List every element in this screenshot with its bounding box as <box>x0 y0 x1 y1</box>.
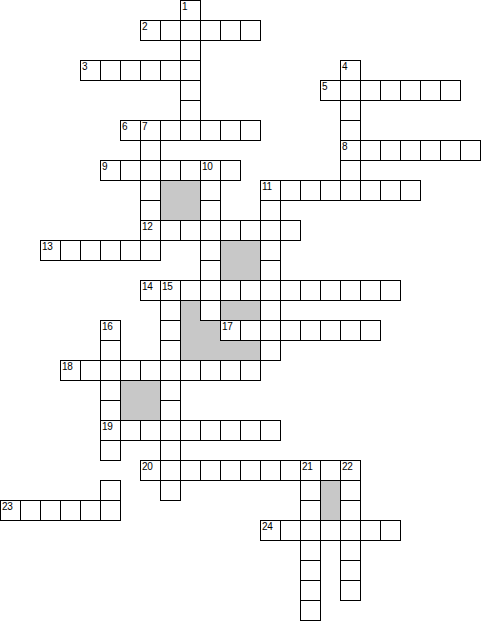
cell-r1c10[interactable] <box>200 20 221 41</box>
cell-r12c6[interactable] <box>120 240 141 261</box>
cell-r3c6[interactable] <box>120 60 141 81</box>
cell-r16c12[interactable] <box>240 320 261 341</box>
cell-r4c19[interactable] <box>380 80 401 101</box>
cell-r7c7[interactable] <box>140 140 161 161</box>
blocked-cell <box>220 340 241 361</box>
cell-r23c15[interactable] <box>300 460 321 481</box>
cell-r23c14[interactable] <box>280 460 301 481</box>
cell-r20c5[interactable] <box>100 400 121 421</box>
cell-r23c16[interactable] <box>320 460 341 481</box>
cell-r16c15[interactable] <box>300 320 321 341</box>
cell-r16c5[interactable] <box>100 320 121 341</box>
cell-r14c17[interactable] <box>340 280 361 301</box>
cell-r12c10[interactable] <box>200 240 221 261</box>
cell-r4c9[interactable] <box>180 80 201 101</box>
cell-r9c16[interactable] <box>320 180 341 201</box>
cell-r21c6[interactable] <box>120 420 141 441</box>
blocked-cell <box>320 480 341 501</box>
cell-r18c4[interactable] <box>80 360 101 381</box>
cell-r16c13[interactable] <box>260 320 281 341</box>
cell-r25c15[interactable] <box>300 500 321 521</box>
blocked-cell <box>160 180 181 201</box>
blocked-cell <box>120 400 141 421</box>
cell-r21c12[interactable] <box>240 420 261 441</box>
cell-r9c15[interactable] <box>300 180 321 201</box>
cell-r12c3[interactable] <box>60 240 81 261</box>
cell-r11c9[interactable] <box>180 220 201 241</box>
cell-r16c18[interactable] <box>360 320 381 341</box>
cell-r8c7[interactable] <box>140 160 161 181</box>
cell-r26c13[interactable] <box>260 520 281 541</box>
cell-r23c9[interactable] <box>180 460 201 481</box>
cell-r22c8[interactable] <box>160 440 181 461</box>
cell-r24c15[interactable] <box>300 480 321 501</box>
cell-r23c7[interactable] <box>140 460 161 481</box>
blocked-cell <box>220 300 241 321</box>
cell-r23c10[interactable] <box>200 460 221 481</box>
cell-r28c17[interactable] <box>340 560 361 581</box>
cell-r15c13[interactable] <box>260 300 281 321</box>
cell-r3c5[interactable] <box>100 60 121 81</box>
cell-r5c17[interactable] <box>340 100 361 121</box>
cell-r11c10[interactable] <box>200 220 221 241</box>
cell-r11c14[interactable] <box>280 220 301 241</box>
cell-r1c11[interactable] <box>220 20 241 41</box>
cell-r27c17[interactable] <box>340 540 361 561</box>
cell-r24c5[interactable] <box>100 480 121 501</box>
blocked-cell <box>180 180 201 201</box>
crossword-grid: 123456789101112131415161718192021222324 <box>0 0 481 621</box>
cell-r14c9[interactable] <box>180 280 201 301</box>
cell-r21c5[interactable] <box>100 420 121 441</box>
cell-r23c12[interactable] <box>240 460 261 481</box>
cell-r21c8[interactable] <box>160 420 181 441</box>
cell-r25c4[interactable] <box>80 500 101 521</box>
cell-r10c13[interactable] <box>260 200 281 221</box>
blocked-cell <box>140 400 161 421</box>
cell-r16c8[interactable] <box>160 320 181 341</box>
cell-r16c17[interactable] <box>340 320 361 341</box>
blocked-cell <box>160 200 181 221</box>
blocked-cell <box>320 500 341 521</box>
cell-r2c9[interactable] <box>180 40 201 61</box>
cell-r22c5[interactable] <box>100 440 121 461</box>
crossword-page: 123456789101112131415161718192021222324 <box>0 0 481 621</box>
cell-r20c8[interactable] <box>160 400 181 421</box>
cell-r9c18[interactable] <box>360 180 381 201</box>
cell-r25c2[interactable] <box>40 500 61 521</box>
cell-r14c18[interactable] <box>360 280 381 301</box>
cell-r14c15[interactable] <box>300 280 321 301</box>
cell-r8c9[interactable] <box>180 160 201 181</box>
cell-r7c20[interactable] <box>400 140 421 161</box>
cell-r29c17[interactable] <box>340 580 361 601</box>
cell-r7c22[interactable] <box>440 140 461 161</box>
cell-r14c13[interactable] <box>260 280 281 301</box>
cell-r17c13[interactable] <box>260 340 281 361</box>
cell-r18c8[interactable] <box>160 360 181 381</box>
cell-r8c5[interactable] <box>100 160 121 181</box>
cell-r25c3[interactable] <box>60 500 81 521</box>
cell-r9c10[interactable] <box>200 180 221 201</box>
cell-r6c7[interactable] <box>140 120 161 141</box>
cell-r14c11[interactable] <box>220 280 241 301</box>
cell-r10c7[interactable] <box>140 200 161 221</box>
cell-r9c17[interactable] <box>340 180 361 201</box>
cell-r6c9[interactable] <box>180 120 201 141</box>
cell-r6c17[interactable] <box>340 120 361 141</box>
blocked-cell <box>120 380 141 401</box>
cell-r14c10[interactable] <box>200 280 221 301</box>
cell-r3c7[interactable] <box>140 60 161 81</box>
cell-r26c18[interactable] <box>360 520 381 541</box>
cell-r1c9[interactable] <box>180 20 201 41</box>
cell-r23c11[interactable] <box>220 460 241 481</box>
cell-r15c8[interactable] <box>160 300 181 321</box>
cell-r21c11[interactable] <box>220 420 241 441</box>
cell-r6c12[interactable] <box>240 120 261 141</box>
cell-r18c3[interactable] <box>60 360 81 381</box>
cell-r24c17[interactable] <box>340 480 361 501</box>
cell-r26c16[interactable] <box>320 520 341 541</box>
cell-r11c11[interactable] <box>220 220 241 241</box>
cell-r14c16[interactable] <box>320 280 341 301</box>
cell-r25c5[interactable] <box>100 500 121 521</box>
cell-r18c12[interactable] <box>240 360 261 381</box>
cell-r6c8[interactable] <box>160 120 181 141</box>
cell-r17c8[interactable] <box>160 340 181 361</box>
cell-r30c15[interactable] <box>300 600 321 621</box>
blocked-cell <box>180 320 201 341</box>
cell-r7c23[interactable] <box>460 140 481 161</box>
cell-r23c13[interactable] <box>260 460 281 481</box>
cell-r6c10[interactable] <box>200 120 221 141</box>
cell-r4c16[interactable] <box>320 80 341 101</box>
cell-r3c17[interactable] <box>340 60 361 81</box>
cell-r19c5[interactable] <box>100 380 121 401</box>
cell-r12c7[interactable] <box>140 240 161 261</box>
cell-r23c17[interactable] <box>340 460 361 481</box>
cell-r6c6[interactable] <box>120 120 141 141</box>
cell-r18c5[interactable] <box>100 360 121 381</box>
blocked-cell <box>240 260 261 281</box>
cell-r14c14[interactable] <box>280 280 301 301</box>
cell-r8c6[interactable] <box>120 160 141 181</box>
cell-r5c9[interactable] <box>180 100 201 121</box>
blocked-cell <box>220 240 241 261</box>
cell-r7c17[interactable] <box>340 140 361 161</box>
cell-r12c13[interactable] <box>260 240 281 261</box>
cell-r12c2[interactable] <box>40 240 61 261</box>
cell-r26c14[interactable] <box>280 520 301 541</box>
cell-r7c21[interactable] <box>420 140 441 161</box>
cell-r14c12[interactable] <box>240 280 261 301</box>
cell-r21c10[interactable] <box>200 420 221 441</box>
blocked-cell <box>180 200 201 221</box>
cell-r1c8[interactable] <box>160 20 181 41</box>
cell-r14c8[interactable] <box>160 280 181 301</box>
cell-r11c8[interactable] <box>160 220 181 241</box>
cell-r25c0[interactable] <box>0 500 21 521</box>
cell-r26c15[interactable] <box>300 520 321 541</box>
cell-r3c9[interactable] <box>180 60 201 81</box>
cell-r18c9[interactable] <box>180 360 201 381</box>
cell-r7c19[interactable] <box>380 140 401 161</box>
cell-r10c10[interactable] <box>200 200 221 221</box>
cell-r18c10[interactable] <box>200 360 221 381</box>
cell-r13c13[interactable] <box>260 260 281 281</box>
cell-r4c17[interactable] <box>340 80 361 101</box>
cell-r4c22[interactable] <box>440 80 461 101</box>
cell-r18c7[interactable] <box>140 360 161 381</box>
blocked-cell <box>200 340 221 361</box>
cell-r0c9[interactable] <box>180 0 201 21</box>
cell-r26c19[interactable] <box>380 520 401 541</box>
cell-r4c20[interactable] <box>400 80 421 101</box>
cell-r29c15[interactable] <box>300 580 321 601</box>
blocked-cell <box>240 240 261 261</box>
cell-r11c13[interactable] <box>260 220 281 241</box>
cell-r26c17[interactable] <box>340 520 361 541</box>
cell-r25c17[interactable] <box>340 500 361 521</box>
cell-r13c10[interactable] <box>200 260 221 281</box>
cell-r27c15[interactable] <box>300 540 321 561</box>
cell-r9c19[interactable] <box>380 180 401 201</box>
cell-r9c7[interactable] <box>140 180 161 201</box>
blocked-cell <box>140 380 161 401</box>
cell-r9c14[interactable] <box>280 180 301 201</box>
cell-r16c11[interactable] <box>220 320 241 341</box>
cell-r3c8[interactable] <box>160 60 181 81</box>
cell-r16c14[interactable] <box>280 320 301 341</box>
cell-r4c18[interactable] <box>360 80 381 101</box>
cell-r7c18[interactable] <box>360 140 381 161</box>
cell-r9c13[interactable] <box>260 180 281 201</box>
cell-r9c20[interactable] <box>400 180 421 201</box>
cell-r25c1[interactable] <box>20 500 41 521</box>
cell-r8c11[interactable] <box>220 160 241 181</box>
cell-r17c5[interactable] <box>100 340 121 361</box>
blocked-cell <box>220 260 241 281</box>
cell-r14c7[interactable] <box>140 280 161 301</box>
cell-r4c21[interactable] <box>420 80 441 101</box>
cell-r18c6[interactable] <box>120 360 141 381</box>
cell-r19c8[interactable] <box>160 380 181 401</box>
blocked-cell <box>200 320 221 341</box>
cell-r11c7[interactable] <box>140 220 161 241</box>
blocked-cell <box>240 300 261 321</box>
blocked-cell <box>180 300 201 321</box>
cell-r12c4[interactable] <box>80 240 101 261</box>
cell-r3c4[interactable] <box>80 60 101 81</box>
blocked-cell <box>240 340 261 361</box>
cell-r1c7[interactable] <box>140 20 161 41</box>
cell-r24c8[interactable] <box>160 480 181 501</box>
cell-r8c17[interactable] <box>340 160 361 181</box>
cell-r11c12[interactable] <box>240 220 261 241</box>
cell-r15c10[interactable] <box>200 300 221 321</box>
cell-r8c8[interactable] <box>160 160 181 181</box>
page: { "game": "crossword", "state": "empty g… <box>0 0 481 621</box>
cell-r8c10[interactable] <box>200 160 221 181</box>
cell-r21c13[interactable] <box>260 420 281 441</box>
cell-r21c9[interactable] <box>180 420 201 441</box>
cell-r23c8[interactable] <box>160 460 181 481</box>
cell-r6c11[interactable] <box>220 120 241 141</box>
cell-r1c12[interactable] <box>240 20 261 41</box>
cell-r18c11[interactable] <box>220 360 241 381</box>
cell-r12c5[interactable] <box>100 240 121 261</box>
cell-r16c16[interactable] <box>320 320 341 341</box>
blocked-cell <box>180 340 201 361</box>
cell-r28c15[interactable] <box>300 560 321 581</box>
cell-r21c7[interactable] <box>140 420 161 441</box>
cell-r14c19[interactable] <box>380 280 401 301</box>
